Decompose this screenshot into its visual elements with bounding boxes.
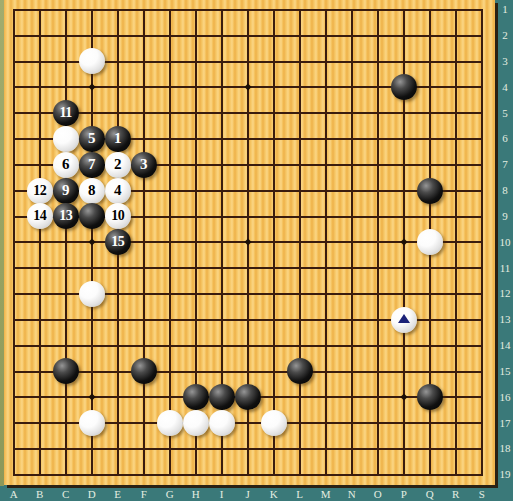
stone-black-C8: 9: [53, 178, 79, 204]
column-label-A: A: [5, 488, 22, 501]
row-label-9: 9: [497, 210, 513, 223]
row-label-1: 1: [497, 3, 513, 16]
stone-black-Q8: [417, 178, 443, 204]
column-label-M: M: [317, 488, 334, 501]
move-number: 11: [60, 106, 72, 120]
row-label-5: 5: [497, 107, 513, 120]
row-label-4: 4: [497, 81, 513, 94]
row-label-15: 15: [497, 365, 513, 378]
stone-black-Q16: [417, 384, 443, 410]
stone-white-C6: [53, 126, 79, 152]
column-label-F: F: [135, 488, 152, 501]
row-label-17: 17: [497, 417, 513, 430]
stone-white-K17: [261, 410, 287, 436]
row-label-11: 11: [497, 262, 513, 275]
row-label-14: 14: [497, 339, 513, 352]
column-label-N: N: [343, 488, 360, 501]
move-number: 1: [114, 131, 122, 146]
row-label-7: 7: [497, 158, 513, 171]
column-label-S: S: [473, 488, 490, 501]
stone-white-D3: [79, 48, 105, 74]
move-number: 14: [33, 209, 46, 223]
stone-black-D9: [79, 203, 105, 229]
stone-white-Q10: [417, 229, 443, 255]
move-number: 12: [33, 184, 46, 198]
column-label-J: J: [239, 488, 256, 501]
column-label-O: O: [369, 488, 386, 501]
column-label-C: C: [57, 488, 74, 501]
stone-white-C7: 6: [53, 152, 79, 178]
stone-white-I17: [209, 410, 235, 436]
go-diagram: 115167231298414131015 123456789101112131…: [0, 0, 513, 501]
column-label-K: K: [265, 488, 282, 501]
stone-black-F7: 3: [131, 152, 157, 178]
move-number: 9: [62, 183, 70, 198]
stone-black-C15: [53, 358, 79, 384]
column-label-H: H: [187, 488, 204, 501]
move-number: 4: [114, 183, 122, 198]
stone-black-E10: 15: [105, 229, 131, 255]
move-number: 6: [62, 157, 70, 172]
row-label-2: 2: [497, 29, 513, 42]
row-label-3: 3: [497, 55, 513, 68]
column-label-Q: Q: [421, 488, 438, 501]
stone-white-D17: [79, 410, 105, 436]
move-number: 5: [88, 131, 96, 146]
stone-white-G17: [157, 410, 183, 436]
move-number: 8: [88, 183, 96, 198]
move-number: 3: [140, 157, 148, 172]
stone-white-D12: [79, 281, 105, 307]
stone-black-P4: [391, 74, 417, 100]
go-board[interactable]: 115167231298414131015: [4, 0, 495, 485]
move-number: 13: [59, 209, 72, 223]
stone-black-I16: [209, 384, 235, 410]
move-number: 2: [114, 157, 122, 172]
board-stones-grid: 115167231298414131015: [1, 0, 495, 488]
stone-white-B9: 14: [27, 203, 53, 229]
stone-black-F15: [131, 358, 157, 384]
move-number: 7: [88, 157, 96, 172]
stone-white-B8: 12: [27, 178, 53, 204]
triangle-mark: [398, 314, 410, 323]
row-label-12: 12: [497, 287, 513, 300]
row-label-13: 13: [497, 313, 513, 326]
stone-white-E8: 4: [105, 178, 131, 204]
row-label-18: 18: [497, 442, 513, 455]
stone-white-H17: [183, 410, 209, 436]
stone-white-E9: 10: [105, 203, 131, 229]
stone-black-C5: 11: [53, 100, 79, 126]
stone-black-L15: [287, 358, 313, 384]
move-number: 10: [111, 209, 124, 223]
column-label-I: I: [213, 488, 230, 501]
column-label-G: G: [161, 488, 178, 501]
stone-black-C9: 13: [53, 203, 79, 229]
stone-white-P13: [391, 307, 417, 333]
stone-black-H16: [183, 384, 209, 410]
column-label-E: E: [109, 488, 126, 501]
stone-black-D7: 7: [79, 152, 105, 178]
column-label-R: R: [447, 488, 464, 501]
column-label-B: B: [31, 488, 48, 501]
column-label-P: P: [395, 488, 412, 501]
row-label-16: 16: [497, 391, 513, 404]
stone-black-E6: 1: [105, 126, 131, 152]
stone-black-J16: [235, 384, 261, 410]
row-label-8: 8: [497, 184, 513, 197]
row-label-6: 6: [497, 132, 513, 145]
column-label-L: L: [291, 488, 308, 501]
stone-black-D6: 5: [79, 126, 105, 152]
column-label-D: D: [83, 488, 100, 501]
row-label-19: 19: [497, 468, 513, 481]
stone-white-E7: 2: [105, 152, 131, 178]
stone-white-D8: 8: [79, 178, 105, 204]
row-label-10: 10: [497, 236, 513, 249]
move-number: 15: [111, 235, 124, 249]
